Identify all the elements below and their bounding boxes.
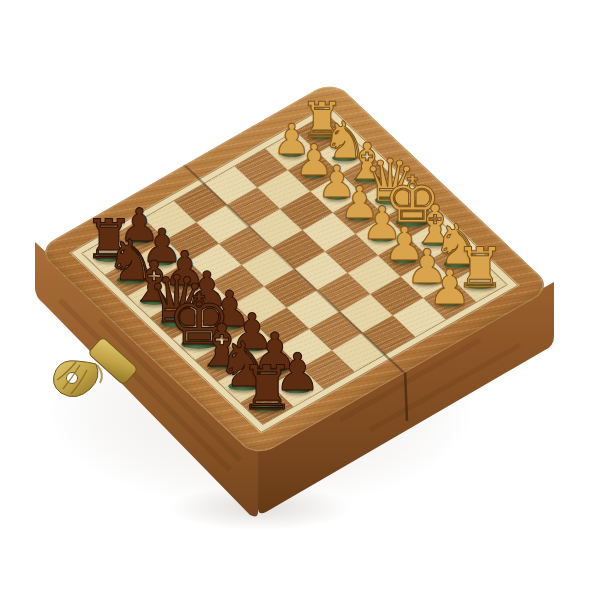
pieces-layer: ♜♟♞♟♝♟♛♟♚♟♟♝♜♟♟♞♞♟♟♜♝♟♟♛♟♚♟♝♟♞♟♜ <box>0 0 600 600</box>
piece-black-rook-h8[interactable]: ♜ <box>239 357 294 418</box>
piece-white-pawn-h2[interactable]: ♟ <box>428 263 471 311</box>
chess-set-photo: ♜♟♞♟♝♟♛♟♚♟♟♝♜♟♟♞♞♟♟♜♝♟♟♛♟♚♟♝♟♞♟♜ <box>0 0 600 600</box>
brass-clasp-icon <box>50 328 150 423</box>
